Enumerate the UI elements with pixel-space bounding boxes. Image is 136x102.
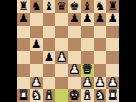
square-e4[interactable] [68,51,81,64]
square-e2[interactable] [68,77,81,90]
square-c1[interactable]: ♝ [43,89,56,102]
square-f8[interactable]: ♝ [81,0,94,13]
square-a8[interactable]: ♜ [17,0,30,13]
square-d2[interactable] [55,77,68,90]
piece-white-knight-g1[interactable]: ♞ [95,90,105,102]
piece-white-pawn-b2[interactable]: ♟ [31,77,41,89]
square-e1[interactable]: ♚ [68,89,81,102]
piece-black-pawn-b5[interactable]: ♟ [31,39,41,51]
piece-black-rook-h8[interactable]: ♜ [107,1,117,13]
square-f5[interactable] [81,38,94,51]
piece-black-pawn-e7[interactable]: ♟ [69,13,79,25]
square-e7[interactable]: ♟ [68,13,81,26]
square-b2[interactable]: ♟ [30,77,43,90]
square-h1[interactable]: ♜ [106,89,119,102]
square-c4[interactable]: ♟ [43,51,56,64]
square-e8[interactable]: ♚ [68,0,81,13]
square-e5[interactable] [68,38,81,51]
square-d1[interactable] [55,89,68,102]
piece-black-rook-a8[interactable]: ♜ [18,1,28,13]
square-b1[interactable]: ♞ [30,89,43,102]
square-h4[interactable] [106,51,119,64]
piece-black-knight-g8[interactable]: ♞ [95,1,105,13]
square-g1[interactable]: ♞ [94,89,107,102]
square-g6[interactable] [94,26,107,39]
piece-white-rook-a1[interactable]: ♜ [18,90,28,102]
square-c3[interactable] [43,64,56,77]
square-c6[interactable] [43,26,56,39]
piece-white-bishop-c1[interactable]: ♝ [44,90,54,102]
piece-black-knight-b8[interactable]: ♞ [31,1,41,13]
chess-board: ♜♞♝♛♚♝♞♜♟♟♟♟♟♟♟♟♟♛♟♟♟♟♜♞♝♚♝♞♜ [17,0,119,102]
square-b8[interactable]: ♞ [30,0,43,13]
square-g8[interactable]: ♞ [94,0,107,13]
square-a5[interactable] [17,38,30,51]
piece-white-rook-h1[interactable]: ♜ [107,90,117,102]
square-h3[interactable] [106,64,119,77]
square-d5[interactable] [55,38,68,51]
square-h8[interactable]: ♜ [106,0,119,13]
piece-white-queen-f3[interactable]: ♛ [82,64,92,76]
square-b4[interactable] [30,51,43,64]
square-b5[interactable]: ♟ [30,38,43,51]
square-a6[interactable] [17,26,30,39]
piece-white-pawn-g2[interactable]: ♟ [95,77,105,89]
square-f7[interactable]: ♟ [81,13,94,26]
square-b3[interactable] [30,64,43,77]
square-a3[interactable] [17,64,30,77]
square-f1[interactable]: ♝ [81,89,94,102]
square-f6[interactable] [81,26,94,39]
square-h7[interactable]: ♟ [106,13,119,26]
piece-white-pawn-d4[interactable]: ♟ [56,52,66,64]
square-c8[interactable]: ♝ [43,0,56,13]
piece-black-bishop-f8[interactable]: ♝ [82,1,92,13]
piece-white-pawn-h2[interactable]: ♟ [107,77,117,89]
square-b6[interactable] [30,26,43,39]
piece-white-pawn-e3[interactable]: ♟ [69,64,79,76]
square-h2[interactable]: ♟ [106,77,119,90]
square-h6[interactable] [106,26,119,39]
square-f4[interactable] [81,51,94,64]
piece-white-bishop-f1[interactable]: ♝ [82,90,92,102]
square-e6[interactable] [68,26,81,39]
square-d4[interactable]: ♟ [55,51,68,64]
square-f3[interactable]: ♛ [81,64,94,77]
piece-black-queen-d8[interactable]: ♛ [56,1,66,13]
piece-white-pawn-f2[interactable]: ♟ [82,77,92,89]
square-g2[interactable]: ♟ [94,77,107,90]
piece-black-pawn-h7[interactable]: ♟ [107,13,117,25]
square-g4[interactable] [94,51,107,64]
square-d7[interactable] [55,13,68,26]
piece-black-pawn-a7[interactable]: ♟ [18,13,28,25]
square-d8[interactable]: ♛ [55,0,68,13]
piece-black-king-e8[interactable]: ♚ [69,1,79,13]
square-d3[interactable] [55,64,68,77]
square-h5[interactable] [106,38,119,51]
piece-black-pawn-c4[interactable]: ♟ [44,52,54,64]
piece-black-pawn-f7[interactable]: ♟ [82,13,92,25]
square-c7[interactable] [43,13,56,26]
piece-white-king-e1[interactable]: ♚ [69,90,79,102]
square-a1[interactable]: ♜ [17,89,30,102]
screenshot-stage: ♜♞♝♛♚♝♞♜♟♟♟♟♟♟♟♟♟♛♟♟♟♟♜♞♝♚♝♞♜ [0,0,136,102]
square-g5[interactable] [94,38,107,51]
square-g7[interactable]: ♟ [94,13,107,26]
square-a2[interactable] [17,77,30,90]
square-b7[interactable] [30,13,43,26]
square-c5[interactable] [43,38,56,51]
square-a7[interactable]: ♟ [17,13,30,26]
square-e3[interactable]: ♟ [68,64,81,77]
square-a4[interactable] [17,51,30,64]
square-c2[interactable] [43,77,56,90]
square-d6[interactable] [55,26,68,39]
square-g3[interactable] [94,64,107,77]
piece-black-pawn-g7[interactable]: ♟ [95,13,105,25]
piece-white-knight-b1[interactable]: ♞ [31,90,41,102]
piece-black-bishop-c8[interactable]: ♝ [44,1,54,13]
square-f2[interactable]: ♟ [81,77,94,90]
